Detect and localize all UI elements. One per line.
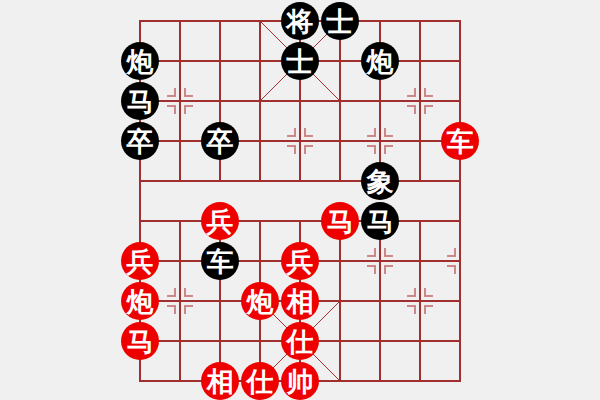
piece-black-chariot[interactable]: 车 (201, 242, 239, 280)
piece-red-pawn[interactable]: 兵 (281, 242, 319, 280)
piece-black-pawn[interactable]: 卒 (201, 122, 239, 160)
piece-red-horse[interactable]: 马 (121, 322, 159, 360)
piece-black-cannon[interactable]: 炮 (361, 42, 399, 80)
piece-red-general[interactable]: 帅 (281, 362, 319, 400)
piece-black-advisor[interactable]: 士 (321, 2, 359, 40)
piece-red-cannon[interactable]: 炮 (121, 282, 159, 320)
piece-red-horse[interactable]: 马 (321, 202, 359, 240)
xiangqi-board: 将士士炮炮马卒卒象马车车兵马兵兵炮炮相马仕相仕帅 (0, 0, 600, 400)
piece-red-advisor[interactable]: 仕 (281, 322, 319, 360)
piece-red-chariot[interactable]: 车 (441, 122, 479, 160)
piece-red-elephant[interactable]: 相 (281, 282, 319, 320)
piece-black-cannon[interactable]: 炮 (121, 42, 159, 80)
piece-red-advisor[interactable]: 仕 (241, 362, 279, 400)
piece-red-pawn[interactable]: 兵 (201, 202, 239, 240)
piece-black-horse[interactable]: 马 (361, 202, 399, 240)
piece-red-elephant[interactable]: 相 (201, 362, 239, 400)
piece-black-pawn[interactable]: 卒 (121, 122, 159, 160)
piece-red-pawn[interactable]: 兵 (121, 242, 159, 280)
piece-black-elephant[interactable]: 象 (361, 162, 399, 200)
piece-black-advisor[interactable]: 士 (281, 42, 319, 80)
piece-black-general[interactable]: 将 (281, 2, 319, 40)
pieces-layer: 将士士炮炮马卒卒象马车车兵马兵兵炮炮相马仕相仕帅 (0, 0, 600, 400)
piece-red-cannon[interactable]: 炮 (241, 282, 279, 320)
piece-black-horse[interactable]: 马 (121, 82, 159, 120)
